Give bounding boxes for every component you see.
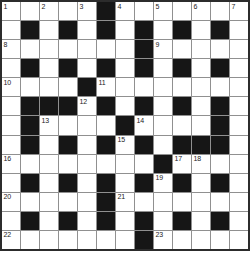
cell-r2c11[interactable] (192, 21, 210, 39)
cell-r1c12[interactable] (211, 2, 229, 20)
cell-r2c5[interactable] (78, 21, 96, 39)
cell-r7c6[interactable] (97, 116, 115, 134)
cell-r10c3[interactable] (40, 174, 58, 192)
cell-r13c4[interactable] (59, 231, 77, 249)
cell-r9c12[interactable] (211, 155, 229, 173)
cell-r5c7[interactable] (116, 78, 134, 96)
black-cell-r9c9 (154, 155, 172, 173)
cell-r1c7[interactable]: 4 (116, 2, 134, 20)
cell-r1c1[interactable]: 1 (2, 2, 20, 20)
black-cell-r6c6 (97, 97, 115, 115)
cell-r7c10[interactable] (173, 116, 191, 134)
clue-number-3: 3 (80, 3, 84, 11)
cell-r3c7[interactable] (116, 40, 134, 58)
black-cell-r8c8 (135, 136, 153, 154)
cell-r7c1[interactable] (2, 116, 20, 134)
cell-r3c2[interactable] (21, 40, 39, 58)
black-cell-r6c4 (59, 97, 77, 115)
black-cell-r4c12 (211, 59, 229, 77)
clue-number-5: 5 (156, 3, 160, 11)
cell-r6c7[interactable] (116, 97, 134, 115)
cell-r7c4[interactable] (59, 116, 77, 134)
cell-r6c13[interactable] (230, 97, 248, 115)
black-cell-r8c10 (173, 136, 191, 154)
black-cell-r4c10 (173, 59, 191, 77)
cell-r8c5[interactable] (78, 136, 96, 154)
cell-r7c5[interactable] (78, 116, 96, 134)
cell-r5c1[interactable]: 10 (2, 78, 20, 96)
cell-r8c9[interactable] (154, 136, 172, 154)
cell-r12c1[interactable] (2, 212, 20, 230)
cell-r13c3[interactable] (40, 231, 58, 249)
clue-number-8: 8 (4, 41, 8, 49)
cell-r3c12[interactable] (211, 40, 229, 58)
cell-r9c13[interactable] (230, 155, 248, 173)
cell-r11c5[interactable] (78, 193, 96, 211)
cell-r10c5[interactable] (78, 174, 96, 192)
clue-number-13: 13 (42, 117, 49, 125)
cell-r13c2[interactable] (21, 231, 39, 249)
clue-number-11: 11 (99, 79, 106, 87)
cell-r4c5[interactable] (78, 59, 96, 77)
clue-number-20: 20 (4, 193, 11, 201)
black-cell-r4c4 (59, 59, 77, 77)
cell-r2c7[interactable] (116, 21, 134, 39)
cell-r1c4[interactable] (59, 2, 77, 20)
black-cell-r2c4 (59, 21, 77, 39)
clue-number-7: 7 (232, 3, 236, 11)
cell-r2c3[interactable] (40, 21, 58, 39)
black-cell-r1c6 (97, 2, 115, 20)
cell-r10c11[interactable] (192, 174, 210, 192)
cell-r13c12[interactable] (211, 231, 229, 249)
cell-r5c6[interactable]: 11 (97, 78, 115, 96)
black-cell-r10c2 (21, 174, 39, 192)
clue-number-10: 10 (4, 79, 11, 87)
crossword-grid: 1234567891011121314151617181920212223 (0, 0, 250, 251)
black-cell-r6c8 (135, 97, 153, 115)
cell-r9c5[interactable] (78, 155, 96, 173)
cell-r9c4[interactable] (59, 155, 77, 173)
cell-r13c9[interactable]: 23 (154, 231, 172, 249)
cell-r9c6[interactable] (97, 155, 115, 173)
cell-r7c3[interactable]: 13 (40, 116, 58, 134)
cell-r13c11[interactable] (192, 231, 210, 249)
cell-r11c3[interactable] (40, 193, 58, 211)
cell-r6c9[interactable] (154, 97, 172, 115)
cell-r12c9[interactable] (154, 212, 172, 230)
black-cell-r12c8 (135, 212, 153, 230)
cell-r4c13[interactable] (230, 59, 248, 77)
cell-r11c11[interactable] (192, 193, 210, 211)
cell-r12c11[interactable] (192, 212, 210, 230)
cell-r10c7[interactable] (116, 174, 134, 192)
cell-r11c2[interactable] (21, 193, 39, 211)
black-cell-r2c2 (21, 21, 39, 39)
clue-number-21: 21 (118, 193, 125, 201)
black-cell-r12c12 (211, 212, 229, 230)
clue-number-14: 14 (137, 117, 144, 125)
cell-r6c5[interactable]: 12 (78, 97, 96, 115)
clue-number-19: 19 (156, 174, 163, 182)
cell-r2c13[interactable] (230, 21, 248, 39)
black-cell-r3c8 (135, 40, 153, 58)
clue-number-9: 9 (156, 41, 160, 49)
cell-r1c3[interactable]: 2 (40, 2, 58, 20)
cell-r10c13[interactable] (230, 174, 248, 192)
cell-r8c3[interactable] (40, 136, 58, 154)
black-cell-r12c10 (173, 212, 191, 230)
cell-r12c3[interactable] (40, 212, 58, 230)
cell-r11c8[interactable] (135, 193, 153, 211)
cell-r5c8[interactable] (135, 78, 153, 96)
cell-r5c2[interactable] (21, 78, 39, 96)
cell-r3c6[interactable] (97, 40, 115, 58)
cell-r8c1[interactable] (2, 136, 20, 154)
black-cell-r10c12 (211, 174, 229, 192)
cell-r1c5[interactable]: 3 (78, 2, 96, 20)
cell-r5c10[interactable] (173, 78, 191, 96)
black-cell-r10c8 (135, 174, 153, 192)
cell-r8c7[interactable]: 15 (116, 136, 134, 154)
cell-r5c11[interactable] (192, 78, 210, 96)
cell-r7c13[interactable] (230, 116, 248, 134)
cell-r1c13[interactable]: 7 (230, 2, 248, 20)
cell-r3c5[interactable] (78, 40, 96, 58)
cell-r9c1[interactable]: 16 (2, 155, 20, 173)
cell-r11c12[interactable] (211, 193, 229, 211)
cell-r9c10[interactable]: 17 (173, 155, 191, 173)
cell-r13c13[interactable] (230, 231, 248, 249)
cell-r9c2[interactable] (21, 155, 39, 173)
cell-r3c10[interactable] (173, 40, 191, 58)
cell-r13c7[interactable] (116, 231, 134, 249)
black-cell-r11c6 (97, 193, 115, 211)
black-cell-r4c2 (21, 59, 39, 77)
cell-r11c13[interactable] (230, 193, 248, 211)
cell-r4c11[interactable] (192, 59, 210, 77)
cell-r5c13[interactable] (230, 78, 248, 96)
black-cell-r10c10 (173, 174, 191, 192)
cell-r5c9[interactable] (154, 78, 172, 96)
cell-r12c7[interactable] (116, 212, 134, 230)
clue-number-6: 6 (194, 3, 198, 11)
cell-r11c9[interactable] (154, 193, 172, 211)
black-cell-r8c12 (211, 136, 229, 154)
cell-r2c1[interactable] (2, 21, 20, 39)
cell-r5c3[interactable] (40, 78, 58, 96)
black-cell-r13c8 (135, 231, 153, 249)
cell-r12c13[interactable] (230, 212, 248, 230)
black-cell-r7c2 (21, 116, 39, 134)
cell-r7c11[interactable] (192, 116, 210, 134)
cell-r13c6[interactable] (97, 231, 115, 249)
cell-r11c1[interactable]: 20 (2, 193, 20, 211)
black-cell-r2c6 (97, 21, 115, 39)
clue-number-18: 18 (194, 155, 201, 163)
cell-r10c1[interactable] (2, 174, 20, 192)
cell-r4c1[interactable] (2, 59, 20, 77)
cell-r3c11[interactable] (192, 40, 210, 58)
black-cell-r6c2 (21, 97, 39, 115)
cell-r8c13[interactable] (230, 136, 248, 154)
cell-r1c8[interactable] (135, 2, 153, 20)
black-cell-r12c6 (97, 212, 115, 230)
cell-r6c1[interactable] (2, 97, 20, 115)
cell-r9c8[interactable] (135, 155, 153, 173)
cell-r1c2[interactable] (21, 2, 39, 20)
black-cell-r5c5 (78, 78, 96, 96)
black-cell-r8c4 (59, 136, 77, 154)
clue-number-15: 15 (118, 136, 125, 144)
black-cell-r8c6 (97, 136, 115, 154)
cell-r4c3[interactable] (40, 59, 58, 77)
cell-r12c5[interactable] (78, 212, 96, 230)
cell-r3c9[interactable]: 9 (154, 40, 172, 58)
cell-r3c1[interactable]: 8 (2, 40, 20, 58)
cell-r11c7[interactable]: 21 (116, 193, 134, 211)
clue-number-1: 1 (4, 3, 8, 11)
black-cell-r4c6 (97, 59, 115, 77)
clue-number-12: 12 (80, 98, 87, 106)
cell-r4c7[interactable] (116, 59, 134, 77)
clue-number-2: 2 (42, 3, 46, 11)
cell-r3c3[interactable] (40, 40, 58, 58)
cell-r1c9[interactable]: 5 (154, 2, 172, 20)
cell-r4c9[interactable] (154, 59, 172, 77)
black-cell-r4c8 (135, 59, 153, 77)
cell-r9c11[interactable]: 18 (192, 155, 210, 173)
cell-r5c4[interactable] (59, 78, 77, 96)
black-cell-r2c10 (173, 21, 191, 39)
page: 1234567891011121314151617181920212223 (0, 0, 250, 253)
black-cell-r6c10 (173, 97, 191, 115)
cell-r10c9[interactable]: 19 (154, 174, 172, 192)
black-cell-r7c7 (116, 116, 134, 134)
cell-r3c4[interactable] (59, 40, 77, 58)
cell-r1c10[interactable] (173, 2, 191, 20)
black-cell-r8c2 (21, 136, 39, 154)
cell-r11c4[interactable] (59, 193, 77, 211)
cell-r1c11[interactable]: 6 (192, 2, 210, 20)
cell-r13c5[interactable] (78, 231, 96, 249)
black-cell-r2c8 (135, 21, 153, 39)
black-cell-r6c12 (211, 97, 229, 115)
clue-number-22: 22 (4, 231, 11, 239)
clue-number-4: 4 (118, 3, 122, 11)
black-cell-r12c4 (59, 212, 77, 230)
black-cell-r8c11 (192, 136, 210, 154)
clue-number-17: 17 (175, 155, 182, 163)
clue-number-23: 23 (156, 231, 163, 239)
cell-r2c9[interactable] (154, 21, 172, 39)
cell-r9c3[interactable] (40, 155, 58, 173)
cell-r13c10[interactable] (173, 231, 191, 249)
black-cell-r12c2 (21, 212, 39, 230)
cell-r6c11[interactable] (192, 97, 210, 115)
cell-r7c8[interactable]: 14 (135, 116, 153, 134)
black-cell-r10c6 (97, 174, 115, 192)
black-cell-r6c3 (40, 97, 58, 115)
clue-number-16: 16 (4, 155, 11, 163)
cell-r3c13[interactable] (230, 40, 248, 58)
black-cell-r10c4 (59, 174, 77, 192)
black-cell-r2c12 (211, 21, 229, 39)
cell-r13c1[interactable]: 22 (2, 231, 20, 249)
cell-r11c10[interactable] (173, 193, 191, 211)
cell-r7c9[interactable] (154, 116, 172, 134)
cell-r5c12[interactable] (211, 78, 229, 96)
cell-r9c7[interactable] (116, 155, 134, 173)
black-cell-r7c12 (211, 116, 229, 134)
